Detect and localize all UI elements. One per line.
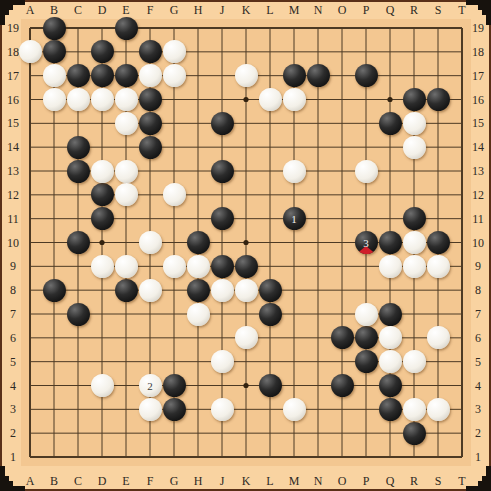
black-stone-R11[interactable] [403,207,426,230]
black-stone-O4[interactable] [331,374,354,397]
black-stone-J15[interactable] [211,112,234,135]
white-stone-E9[interactable] [115,255,138,278]
white-stone-D9[interactable] [91,255,114,278]
white-stone-G12[interactable] [163,183,186,206]
col-label-bottom-G: G [166,474,182,488]
white-stone-S9[interactable] [427,255,450,278]
black-stone-S10[interactable] [427,231,450,254]
black-stone-E19[interactable] [115,17,138,40]
white-stone-K17[interactable] [235,64,258,87]
white-stone-R15[interactable] [403,112,426,135]
black-stone-D12[interactable] [91,183,114,206]
white-stone-R5[interactable] [403,350,426,373]
black-stone-L7[interactable] [259,303,282,326]
black-stone-F18[interactable] [139,40,162,63]
black-stone-F15[interactable] [139,112,162,135]
row-label-right-14: 14 [467,140,489,154]
black-stone-Q7[interactable] [379,303,402,326]
col-label-top-G: G [166,3,182,17]
row-label-right-10: 10 [467,236,489,250]
row-label-left-10: 10 [2,236,24,250]
row-label-right-18: 18 [467,45,489,59]
col-label-top-P: P [358,3,374,17]
white-stone-R14[interactable] [403,136,426,159]
white-stone-Q5[interactable] [379,350,402,373]
row-label-left-4: 4 [2,379,24,393]
row-label-left-3: 3 [2,402,24,416]
white-stone-R9[interactable] [403,255,426,278]
col-label-bottom-P: P [358,474,374,488]
black-stone-D17[interactable] [91,64,114,87]
col-label-bottom-O: O [334,474,350,488]
white-stone-M16[interactable] [283,88,306,111]
white-stone-E16[interactable] [115,88,138,111]
row-label-right-8: 8 [467,283,489,297]
black-stone-C17[interactable] [67,64,90,87]
black-stone-G4[interactable] [163,374,186,397]
white-stone-Q9[interactable] [379,255,402,278]
col-label-bottom-A: A [22,474,38,488]
white-stone-L16[interactable] [259,88,282,111]
star-point [387,97,392,102]
black-stone-R16[interactable] [403,88,426,111]
black-stone-P10[interactable]: 3 [355,231,378,254]
col-label-top-L: L [262,3,278,17]
col-label-top-S: S [430,3,446,17]
white-stone-G17[interactable] [163,64,186,87]
col-label-bottom-N: N [310,474,326,488]
white-stone-G9[interactable] [163,255,186,278]
black-stone-J13[interactable] [211,160,234,183]
black-stone-Q10[interactable] [379,231,402,254]
black-stone-Q3[interactable] [379,398,402,421]
col-label-bottom-D: D [94,474,110,488]
white-stone-K8[interactable] [235,279,258,302]
go-game-window: AABBCCDDEEFFGGHHJJKKLLMMNNOOPPQQRRSSTT19… [0,0,491,491]
white-stone-J5[interactable] [211,350,234,373]
row-label-left-19: 19 [2,21,24,35]
row-label-right-11: 11 [467,212,489,226]
white-stone-F8[interactable] [139,279,162,302]
white-stone-E12[interactable] [115,183,138,206]
col-label-top-B: B [46,3,62,17]
white-stone-G18[interactable] [163,40,186,63]
col-label-bottom-L: L [262,474,278,488]
white-stone-F3[interactable] [139,398,162,421]
col-label-bottom-B: B [46,474,62,488]
white-stone-P13[interactable] [355,160,378,183]
row-label-right-12: 12 [467,188,489,202]
white-stone-J8[interactable] [211,279,234,302]
white-stone-S6[interactable] [427,326,450,349]
black-stone-E17[interactable] [115,64,138,87]
white-stone-Q6[interactable] [379,326,402,349]
col-label-bottom-K: K [238,474,254,488]
black-stone-H10[interactable] [187,231,210,254]
col-label-bottom-M: M [286,474,302,488]
row-label-left-9: 9 [2,259,24,273]
row-label-left-5: 5 [2,355,24,369]
col-label-bottom-C: C [70,474,86,488]
star-point [243,240,248,245]
white-stone-F4[interactable]: 2 [139,374,162,397]
col-label-bottom-R: R [406,474,422,488]
row-label-left-6: 6 [2,331,24,345]
white-stone-C16[interactable] [67,88,90,111]
move-number-1: 1 [283,207,306,230]
white-stone-D4[interactable] [91,374,114,397]
white-stone-R10[interactable] [403,231,426,254]
black-stone-E8[interactable] [115,279,138,302]
row-label-left-14: 14 [2,140,24,154]
col-label-bottom-H: H [190,474,206,488]
black-stone-O6[interactable] [331,326,354,349]
col-label-bottom-Q: Q [382,474,398,488]
row-label-right-9: 9 [467,259,489,273]
white-stone-D16[interactable] [91,88,114,111]
col-label-top-T: T [454,3,470,17]
row-label-left-2: 2 [2,426,24,440]
row-label-left-8: 8 [2,283,24,297]
row-label-left-7: 7 [2,307,24,321]
col-label-top-Q: Q [382,3,398,17]
star-point [99,240,104,245]
row-label-left-13: 13 [2,164,24,178]
star-point [243,383,248,388]
black-stone-P17[interactable] [355,64,378,87]
black-stone-L4[interactable] [259,374,282,397]
white-stone-F10[interactable] [139,231,162,254]
black-stone-K9[interactable] [235,255,258,278]
black-stone-C7[interactable] [67,303,90,326]
row-label-right-1: 1 [467,450,489,464]
white-stone-S3[interactable] [427,398,450,421]
row-label-right-17: 17 [467,69,489,83]
row-label-left-15: 15 [2,116,24,130]
col-label-top-N: N [310,3,326,17]
row-label-right-6: 6 [467,331,489,345]
white-stone-M3[interactable] [283,398,306,421]
col-label-top-D: D [94,3,110,17]
white-stone-H7[interactable] [187,303,210,326]
black-stone-C10[interactable] [67,231,90,254]
white-stone-A18[interactable] [19,40,42,63]
row-label-right-19: 19 [467,21,489,35]
black-stone-N17[interactable] [307,64,330,87]
white-stone-E13[interactable] [115,160,138,183]
black-stone-F16[interactable] [139,88,162,111]
col-label-bottom-F: F [142,474,158,488]
black-stone-Q15[interactable] [379,112,402,135]
white-stone-E15[interactable] [115,112,138,135]
black-stone-H8[interactable] [187,279,210,302]
col-label-bottom-T: T [454,474,470,488]
move-number-3: 3 [355,231,378,254]
col-label-top-K: K [238,3,254,17]
col-label-top-C: C [70,3,86,17]
black-stone-J9[interactable] [211,255,234,278]
white-stone-R3[interactable] [403,398,426,421]
row-label-right-15: 15 [467,116,489,130]
black-stone-B8[interactable] [43,279,66,302]
black-stone-D18[interactable] [91,40,114,63]
row-label-right-13: 13 [467,164,489,178]
white-stone-M13[interactable] [283,160,306,183]
col-label-bottom-E: E [118,474,134,488]
col-label-top-A: A [22,3,38,17]
black-stone-C14[interactable] [67,136,90,159]
black-stone-F14[interactable] [139,136,162,159]
white-stone-P7[interactable] [355,303,378,326]
row-label-right-3: 3 [467,402,489,416]
col-label-top-J: J [214,3,230,17]
white-stone-D13[interactable] [91,160,114,183]
black-stone-L8[interactable] [259,279,282,302]
row-label-right-7: 7 [467,307,489,321]
row-label-left-17: 17 [2,69,24,83]
black-stone-P5[interactable] [355,350,378,373]
black-stone-Q4[interactable] [379,374,402,397]
row-label-right-16: 16 [467,93,489,107]
black-stone-B19[interactable] [43,17,66,40]
row-label-right-2: 2 [467,426,489,440]
row-label-left-12: 12 [2,188,24,202]
row-label-right-4: 4 [467,379,489,393]
row-label-left-16: 16 [2,93,24,107]
col-label-top-E: E [118,3,134,17]
black-stone-R2[interactable] [403,422,426,445]
white-stone-B17[interactable] [43,64,66,87]
star-point [243,97,248,102]
col-label-top-F: F [142,3,158,17]
col-label-top-H: H [190,3,206,17]
col-label-bottom-J: J [214,474,230,488]
col-label-top-M: M [286,3,302,17]
black-stone-P6[interactable] [355,326,378,349]
black-stone-M17[interactable] [283,64,306,87]
black-stone-J11[interactable] [211,207,234,230]
black-stone-M11[interactable]: 1 [283,207,306,230]
move-number-2: 2 [139,374,162,397]
row-label-left-1: 1 [2,450,24,464]
black-stone-B18[interactable] [43,40,66,63]
black-stone-S16[interactable] [427,88,450,111]
black-stone-D11[interactable] [91,207,114,230]
row-label-left-11: 11 [2,212,24,226]
white-stone-J3[interactable] [211,398,234,421]
col-label-bottom-S: S [430,474,446,488]
white-stone-F17[interactable] [139,64,162,87]
row-label-right-5: 5 [467,355,489,369]
white-stone-K6[interactable] [235,326,258,349]
col-label-top-O: O [334,3,350,17]
white-stone-H9[interactable] [187,255,210,278]
white-stone-B16[interactable] [43,88,66,111]
black-stone-G3[interactable] [163,398,186,421]
black-stone-C13[interactable] [67,160,90,183]
col-label-top-R: R [406,3,422,17]
